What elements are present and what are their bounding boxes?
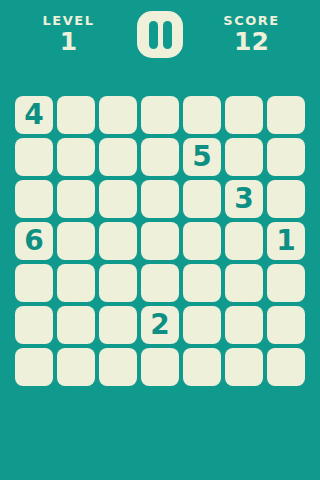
grid-cell[interactable] [183,348,221,386]
game-board: 453612 [15,96,305,386]
grid-cell[interactable] [225,306,263,344]
grid-cell[interactable] [57,264,95,302]
grid-cell[interactable] [141,348,179,386]
grid-cell[interactable] [141,138,179,176]
grid-cell[interactable] [183,306,221,344]
grid-cell[interactable] [57,96,95,134]
grid-cell[interactable] [15,348,53,386]
grid-cell[interactable] [141,264,179,302]
grid-cell[interactable]: 1 [267,222,305,260]
grid-cell[interactable]: 2 [141,306,179,344]
grid-cell[interactable] [99,138,137,176]
grid-cell[interactable] [99,348,137,386]
grid-cell[interactable] [225,96,263,134]
grid-cell[interactable] [267,96,305,134]
grid-cell[interactable] [99,264,137,302]
grid-cell[interactable] [267,138,305,176]
grid-cell[interactable] [99,306,137,344]
grid-cell[interactable] [57,138,95,176]
grid-cell[interactable]: 3 [225,180,263,218]
grid-cell[interactable]: 4 [15,96,53,134]
grid-cell[interactable] [57,306,95,344]
grid-cell[interactable] [99,222,137,260]
grid-cell[interactable] [15,306,53,344]
grid-cell[interactable] [57,348,95,386]
header: LEVEL 1 SCORE 12 [0,0,320,80]
pause-icon [149,21,158,49]
grid-cell[interactable] [267,348,305,386]
grid-cell[interactable] [225,138,263,176]
grid-cell[interactable] [141,222,179,260]
pause-icon [163,21,172,49]
grid-cell[interactable] [183,222,221,260]
grid-cell[interactable] [141,96,179,134]
grid-cell[interactable] [15,180,53,218]
grid-cell[interactable] [183,264,221,302]
grid-cell[interactable] [141,180,179,218]
grid-cell[interactable] [183,96,221,134]
level-label: LEVEL [43,13,95,28]
grid-cell[interactable] [267,264,305,302]
grid-cell[interactable] [15,264,53,302]
grid-cell[interactable]: 5 [183,138,221,176]
grid-cell[interactable]: 6 [15,222,53,260]
grid-cell[interactable] [225,348,263,386]
grid-cell[interactable] [183,180,221,218]
pause-button[interactable] [137,11,183,58]
level-display: LEVEL 1 [0,13,137,54]
score-value: 12 [234,29,269,54]
score-display: SCORE 12 [183,13,320,54]
grid-cell[interactable] [57,180,95,218]
score-label: SCORE [223,13,279,28]
grid-cell[interactable] [267,180,305,218]
grid-cell[interactable] [57,222,95,260]
grid-cell[interactable] [99,180,137,218]
grid-cell[interactable] [225,222,263,260]
grid-cell[interactable] [15,138,53,176]
level-value: 1 [60,29,77,54]
grid-cell[interactable] [267,306,305,344]
grid-cell[interactable] [99,96,137,134]
grid-cell[interactable] [225,264,263,302]
